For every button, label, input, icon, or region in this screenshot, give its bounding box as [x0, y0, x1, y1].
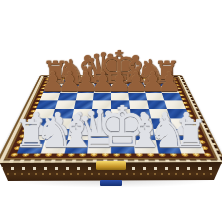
chess-set-photo: ♜♞♝♛♚♝♞♜♟♟♟♟♟♟♟♟♟♟♟♟♟♟♟♟♜♞♝♛♚♝♞♜: [0, 0, 222, 222]
piece-black-pawn-h7[interactable]: ♟: [157, 67, 181, 94]
pieces-layer: ♜♞♝♛♚♝♞♜♟♟♟♟♟♟♟♟♟♟♟♟♟♟♟♟♜♞♝♛♚♝♞♜: [0, 0, 222, 222]
piece-white-rook-h1[interactable]: ♜: [174, 115, 208, 153]
